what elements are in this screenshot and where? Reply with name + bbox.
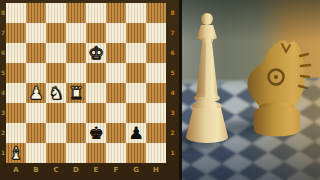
file-label-b: B [26, 163, 46, 180]
square-c7 [46, 23, 66, 43]
piece-white-king-e6: ♚ [86, 43, 106, 63]
square-g4 [126, 83, 146, 103]
square-d3 [66, 103, 86, 123]
file-labels: ABCDEFGH [6, 163, 166, 180]
rank-label-right-2: 2 [166, 123, 179, 143]
square-e4 [86, 83, 106, 103]
square-a6 [6, 43, 26, 63]
rank-label-right-6: 6 [166, 43, 179, 63]
photo-scene [182, 0, 320, 180]
piece-white-knight-c4: ♞ [46, 83, 66, 103]
square-b2 [26, 123, 46, 143]
square-a4 [6, 83, 26, 103]
square-e1 [86, 143, 106, 163]
square-b8 [26, 3, 46, 23]
square-h5 [146, 63, 166, 83]
square-h4 [146, 83, 166, 103]
rank-label-right-4: 4 [166, 83, 179, 103]
square-b1 [26, 143, 46, 163]
square-d6 [66, 43, 86, 63]
square-e5 [86, 63, 106, 83]
square-d1 [66, 143, 86, 163]
square-f8 [106, 3, 126, 23]
square-b4: ♟ [26, 83, 46, 103]
square-e8 [86, 3, 106, 23]
square-d2 [66, 123, 86, 143]
piece-white-bishop-a1: ♝ [6, 143, 26, 163]
square-b3 [26, 103, 46, 123]
piece-white-rook-d4: ♜ [66, 83, 86, 103]
file-label-d: D [66, 163, 86, 180]
rank-label-right-8: 8 [166, 3, 179, 23]
chess-thumbnail: 87654321 ♚♟♞♜♚♟♝ 87654321 ABCDEFGH [0, 0, 320, 180]
square-b6 [26, 43, 46, 63]
piece-white-pawn-b4: ♟ [26, 83, 46, 103]
square-f4 [106, 83, 126, 103]
square-g1 [126, 143, 146, 163]
rank-labels-right: 87654321 [166, 3, 179, 163]
file-label-c: C [46, 163, 66, 180]
piece-black-pawn-g2: ♟ [126, 123, 146, 143]
square-d4: ♜ [66, 83, 86, 103]
square-b5 [26, 63, 46, 83]
chess-photo [182, 0, 320, 180]
file-label-f: F [106, 163, 126, 180]
square-g2: ♟ [126, 123, 146, 143]
square-c5 [46, 63, 66, 83]
square-f5 [106, 63, 126, 83]
square-f1 [106, 143, 126, 163]
square-g3 [126, 103, 146, 123]
square-h6 [146, 43, 166, 63]
square-c8 [46, 3, 66, 23]
rank-label-right-3: 3 [166, 103, 179, 123]
square-f3 [106, 103, 126, 123]
square-c3 [46, 103, 66, 123]
board: ♚♟♞♜♚♟♝ [6, 3, 166, 163]
square-e7 [86, 23, 106, 43]
square-a1: ♝ [6, 143, 26, 163]
square-a7 [6, 23, 26, 43]
square-e3 [86, 103, 106, 123]
square-c4: ♞ [46, 83, 66, 103]
file-label-g: G [126, 163, 146, 180]
square-d8 [66, 3, 86, 23]
square-f2 [106, 123, 126, 143]
square-g8 [126, 3, 146, 23]
file-label-a: A [6, 163, 26, 180]
square-a5 [6, 63, 26, 83]
square-c2 [46, 123, 66, 143]
square-h8 [146, 3, 166, 23]
square-e2: ♚ [86, 123, 106, 143]
square-a2 [6, 123, 26, 143]
square-a3 [6, 103, 26, 123]
square-d5 [66, 63, 86, 83]
square-h3 [146, 103, 166, 123]
rank-label-right-7: 7 [166, 23, 179, 43]
chess-diagram: 87654321 ♚♟♞♜♚♟♝ 87654321 ABCDEFGH [0, 0, 179, 180]
file-label-e: E [86, 163, 106, 180]
file-label-h: H [146, 163, 166, 180]
square-h7 [146, 23, 166, 43]
square-b7 [26, 23, 46, 43]
rank-label-right-1: 1 [166, 143, 179, 163]
square-h1 [146, 143, 166, 163]
square-d7 [66, 23, 86, 43]
square-g6 [126, 43, 146, 63]
square-g5 [126, 63, 146, 83]
piece-black-king-e2: ♚ [86, 123, 106, 143]
square-e6: ♚ [86, 43, 106, 63]
square-g7 [126, 23, 146, 43]
square-c1 [46, 143, 66, 163]
square-f6 [106, 43, 126, 63]
square-a8 [6, 3, 26, 23]
square-h2 [146, 123, 166, 143]
square-f7 [106, 23, 126, 43]
square-c6 [46, 43, 66, 63]
rank-label-right-5: 5 [166, 63, 179, 83]
